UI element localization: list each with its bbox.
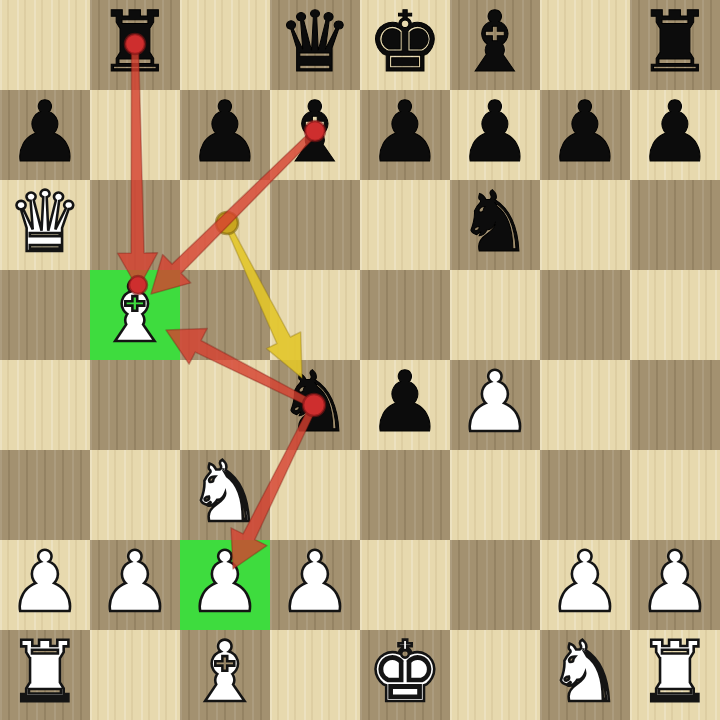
square-e1[interactable]: ♚ [360, 630, 450, 720]
square-e4[interactable]: ♟ [360, 360, 450, 450]
piece-white-pawn-b2[interactable]: ♟ [97, 537, 172, 627]
piece-white-bishop-c1[interactable]: ♝ [187, 627, 262, 717]
piece-black-queen-d8[interactable]: ♛ [277, 0, 352, 87]
square-h3[interactable] [630, 450, 720, 540]
chess-board-container: ♜♛♚♝♜♟♟♝♟♟♟♟♛♞♝♞♟♟♞♟♟♟♟♟♟♜♝♚♞♜ [0, 0, 720, 720]
piece-black-bishop-d7[interactable]: ♝ [277, 87, 352, 177]
chess-board: ♜♛♚♝♜♟♟♝♟♟♟♟♛♞♝♞♟♟♞♟♟♟♟♟♟♜♝♚♞♜ [0, 0, 720, 720]
piece-black-pawn-h7[interactable]: ♟ [637, 87, 712, 177]
square-f5[interactable] [450, 270, 540, 360]
square-g5[interactable] [540, 270, 630, 360]
square-d7[interactable]: ♝ [270, 90, 360, 180]
piece-black-pawn-e4[interactable]: ♟ [367, 357, 442, 447]
square-b3[interactable] [90, 450, 180, 540]
square-h5[interactable] [630, 270, 720, 360]
square-h7[interactable]: ♟ [630, 90, 720, 180]
square-d3[interactable] [270, 450, 360, 540]
square-c5[interactable] [180, 270, 270, 360]
piece-black-rook-h8[interactable]: ♜ [637, 0, 712, 87]
square-c1[interactable]: ♝ [180, 630, 270, 720]
square-a3[interactable] [0, 450, 90, 540]
square-g6[interactable] [540, 180, 630, 270]
piece-white-pawn-f4[interactable]: ♟ [457, 357, 532, 447]
square-h6[interactable] [630, 180, 720, 270]
square-h4[interactable] [630, 360, 720, 450]
piece-white-queen-a6[interactable]: ♛ [7, 177, 82, 267]
square-d4[interactable]: ♞ [270, 360, 360, 450]
square-g3[interactable] [540, 450, 630, 540]
piece-black-pawn-a7[interactable]: ♟ [7, 87, 82, 177]
piece-white-rook-h1[interactable]: ♜ [637, 627, 712, 717]
square-b4[interactable] [90, 360, 180, 450]
square-d5[interactable] [270, 270, 360, 360]
square-f8[interactable]: ♝ [450, 0, 540, 90]
square-c2[interactable]: ♟ [180, 540, 270, 630]
piece-white-rook-a1[interactable]: ♜ [7, 627, 82, 717]
square-f4[interactable]: ♟ [450, 360, 540, 450]
square-c6[interactable] [180, 180, 270, 270]
piece-black-pawn-e7[interactable]: ♟ [367, 87, 442, 177]
piece-white-pawn-a2[interactable]: ♟ [7, 537, 82, 627]
square-d8[interactable]: ♛ [270, 0, 360, 90]
square-a5[interactable] [0, 270, 90, 360]
square-e8[interactable]: ♚ [360, 0, 450, 90]
square-h1[interactable]: ♜ [630, 630, 720, 720]
square-a7[interactable]: ♟ [0, 90, 90, 180]
square-a4[interactable] [0, 360, 90, 450]
square-e7[interactable]: ♟ [360, 90, 450, 180]
piece-black-pawn-c7[interactable]: ♟ [187, 87, 262, 177]
square-c3[interactable]: ♞ [180, 450, 270, 540]
square-e6[interactable] [360, 180, 450, 270]
square-a8[interactable] [0, 0, 90, 90]
piece-black-knight-d4[interactable]: ♞ [277, 357, 352, 447]
piece-white-knight-c3[interactable]: ♞ [187, 447, 262, 537]
square-a2[interactable]: ♟ [0, 540, 90, 630]
piece-black-pawn-g7[interactable]: ♟ [547, 87, 622, 177]
square-b2[interactable]: ♟ [90, 540, 180, 630]
square-g8[interactable] [540, 0, 630, 90]
square-e3[interactable] [360, 450, 450, 540]
square-e5[interactable] [360, 270, 450, 360]
square-b8[interactable]: ♜ [90, 0, 180, 90]
piece-white-king-e1[interactable]: ♚ [367, 627, 442, 717]
square-h2[interactable]: ♟ [630, 540, 720, 630]
square-c4[interactable] [180, 360, 270, 450]
piece-white-pawn-g2[interactable]: ♟ [547, 537, 622, 627]
square-g4[interactable] [540, 360, 630, 450]
piece-white-pawn-d2[interactable]: ♟ [277, 537, 352, 627]
square-d6[interactable] [270, 180, 360, 270]
square-b5[interactable]: ♝ [90, 270, 180, 360]
piece-black-rook-b8[interactable]: ♜ [97, 0, 172, 87]
square-a6[interactable]: ♛ [0, 180, 90, 270]
square-f6[interactable]: ♞ [450, 180, 540, 270]
square-c7[interactable]: ♟ [180, 90, 270, 180]
square-e2[interactable] [360, 540, 450, 630]
piece-white-pawn-c2[interactable]: ♟ [187, 537, 262, 627]
square-f1[interactable] [450, 630, 540, 720]
square-g7[interactable]: ♟ [540, 90, 630, 180]
square-h8[interactable]: ♜ [630, 0, 720, 90]
square-b7[interactable] [90, 90, 180, 180]
square-b6[interactable] [90, 180, 180, 270]
square-g2[interactable]: ♟ [540, 540, 630, 630]
square-f3[interactable] [450, 450, 540, 540]
square-g1[interactable]: ♞ [540, 630, 630, 720]
square-d1[interactable] [270, 630, 360, 720]
square-f7[interactable]: ♟ [450, 90, 540, 180]
square-d2[interactable]: ♟ [270, 540, 360, 630]
piece-black-king-e8[interactable]: ♚ [367, 0, 442, 87]
piece-white-bishop-b5[interactable]: ♝ [97, 267, 172, 357]
square-a1[interactable]: ♜ [0, 630, 90, 720]
square-f2[interactable] [450, 540, 540, 630]
piece-black-bishop-f8[interactable]: ♝ [457, 0, 532, 87]
piece-white-knight-g1[interactable]: ♞ [547, 627, 622, 717]
piece-black-knight-f6[interactable]: ♞ [457, 177, 532, 267]
piece-black-pawn-f7[interactable]: ♟ [457, 87, 532, 177]
square-b1[interactable] [90, 630, 180, 720]
square-c8[interactable] [180, 0, 270, 90]
piece-white-pawn-h2[interactable]: ♟ [637, 537, 712, 627]
